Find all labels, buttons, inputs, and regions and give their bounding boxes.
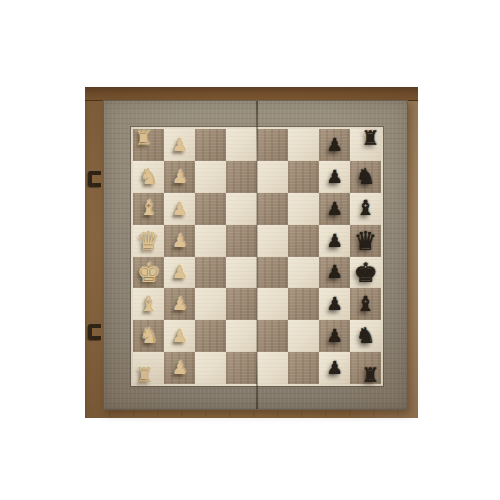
piece-white-knight[interactable]: ♞ [139, 325, 159, 347]
chess-board: ♜♟♟♜♞♟♟♞♝♟♟♝♛♟♟♛♚♟♟♚♝♟♟♝♞♟♟♞♜♟♟♜ [103, 100, 408, 410]
square-c5[interactable] [257, 193, 288, 225]
square-e1[interactable]: ♚ [133, 257, 164, 289]
square-h2[interactable]: ♟ [164, 352, 195, 384]
square-b8[interactable]: ♞ [350, 161, 381, 193]
piece-black-pawn[interactable]: ♟ [326, 136, 342, 154]
square-a4[interactable] [226, 129, 257, 161]
square-e7[interactable]: ♟ [319, 257, 350, 289]
square-f4[interactable] [226, 288, 257, 320]
square-b4[interactable] [226, 161, 257, 193]
square-h7[interactable]: ♟ [319, 352, 350, 384]
piece-white-pawn[interactable]: ♟ [171, 200, 187, 218]
square-d7[interactable]: ♟ [319, 225, 350, 257]
piece-black-knight[interactable]: ♞ [356, 325, 376, 347]
square-c8[interactable]: ♝ [350, 193, 381, 225]
square-d4[interactable] [226, 225, 257, 257]
piece-black-knight[interactable]: ♞ [356, 166, 376, 188]
page: ♜♟♟♜♞♟♟♞♝♟♟♝♛♟♟♛♚♟♟♚♝♟♟♝♞♟♟♞♜♟♟♜ [0, 0, 500, 500]
square-b1[interactable]: ♞ [133, 161, 164, 193]
piece-white-pawn[interactable]: ♟ [171, 168, 187, 186]
square-c6[interactable] [288, 193, 319, 225]
square-d8[interactable]: ♛ [350, 225, 381, 257]
square-h8[interactable]: ♜ [350, 352, 381, 384]
square-e5[interactable] [257, 257, 288, 289]
chessboard-photo: ♜♟♟♜♞♟♟♞♝♟♟♝♛♟♟♛♚♟♟♚♝♟♟♝♞♟♟♞♜♟♟♜ [85, 87, 418, 418]
square-e8[interactable]: ♚ [350, 257, 381, 289]
square-e4[interactable] [226, 257, 257, 289]
square-d5[interactable] [257, 225, 288, 257]
piece-black-bishop[interactable]: ♝ [356, 294, 375, 315]
square-e3[interactable] [195, 257, 226, 289]
piece-white-pawn[interactable]: ♟ [171, 327, 187, 345]
piece-black-queen[interactable]: ♛ [354, 228, 377, 254]
piece-black-rook[interactable]: ♜ [362, 365, 380, 385]
square-g4[interactable] [226, 320, 257, 352]
square-g5[interactable] [257, 320, 288, 352]
piece-black-pawn[interactable]: ♟ [326, 359, 342, 377]
square-f8[interactable]: ♝ [350, 288, 381, 320]
square-d2[interactable]: ♟ [164, 225, 195, 257]
square-c1[interactable]: ♝ [133, 193, 164, 225]
square-f5[interactable] [257, 288, 288, 320]
piece-white-pawn[interactable]: ♟ [171, 359, 187, 377]
piece-black-king[interactable]: ♚ [353, 259, 377, 286]
square-a3[interactable] [195, 129, 226, 161]
piece-black-pawn[interactable]: ♟ [326, 327, 342, 345]
square-h5[interactable] [257, 352, 288, 384]
piece-white-rook[interactable]: ♜ [136, 365, 154, 385]
piece-white-queen[interactable]: ♛ [137, 228, 160, 254]
square-e6[interactable] [288, 257, 319, 289]
square-f2[interactable]: ♟ [164, 288, 195, 320]
square-e2[interactable]: ♟ [164, 257, 195, 289]
piece-black-pawn[interactable]: ♟ [326, 232, 342, 250]
piece-white-bishop[interactable]: ♝ [139, 294, 158, 315]
square-d1[interactable]: ♛ [133, 225, 164, 257]
square-c7[interactable]: ♟ [319, 193, 350, 225]
piece-black-pawn[interactable]: ♟ [326, 295, 342, 313]
square-c2[interactable]: ♟ [164, 193, 195, 225]
square-f6[interactable] [288, 288, 319, 320]
piece-white-pawn[interactable]: ♟ [171, 263, 187, 281]
clasp-upper-icon [88, 171, 101, 187]
piece-white-king[interactable]: ♚ [136, 259, 160, 286]
square-h1[interactable]: ♜ [133, 352, 164, 384]
piece-white-knight[interactable]: ♞ [139, 166, 159, 188]
square-a7[interactable]: ♟ [319, 129, 350, 161]
square-d3[interactable] [195, 225, 226, 257]
square-b3[interactable] [195, 161, 226, 193]
square-a8[interactable]: ♜ [350, 129, 381, 161]
square-g2[interactable]: ♟ [164, 320, 195, 352]
square-g8[interactable]: ♞ [350, 320, 381, 352]
square-g7[interactable]: ♟ [319, 320, 350, 352]
square-f7[interactable]: ♟ [319, 288, 350, 320]
piece-black-bishop[interactable]: ♝ [356, 198, 375, 219]
square-a1[interactable]: ♜ [133, 129, 164, 161]
square-c4[interactable] [226, 193, 257, 225]
piece-white-bishop[interactable]: ♝ [139, 198, 158, 219]
piece-white-pawn[interactable]: ♟ [171, 136, 187, 154]
square-d6[interactable] [288, 225, 319, 257]
piece-white-rook[interactable]: ♜ [135, 128, 153, 148]
fold-seam [256, 101, 258, 409]
square-g6[interactable] [288, 320, 319, 352]
square-c3[interactable] [195, 193, 226, 225]
table-edge-band [85, 87, 418, 101]
square-f3[interactable] [195, 288, 226, 320]
square-b2[interactable]: ♟ [164, 161, 195, 193]
square-f1[interactable]: ♝ [133, 288, 164, 320]
square-b6[interactable] [288, 161, 319, 193]
square-g1[interactable]: ♞ [133, 320, 164, 352]
square-a2[interactable]: ♟ [164, 129, 195, 161]
square-h6[interactable] [288, 352, 319, 384]
square-b7[interactable]: ♟ [319, 161, 350, 193]
square-b5[interactable] [257, 161, 288, 193]
piece-white-pawn[interactable]: ♟ [171, 232, 187, 250]
square-h3[interactable] [195, 352, 226, 384]
square-a6[interactable] [288, 129, 319, 161]
square-h4[interactable] [226, 352, 257, 384]
square-g3[interactable] [195, 320, 226, 352]
piece-black-pawn[interactable]: ♟ [326, 200, 342, 218]
piece-white-pawn[interactable]: ♟ [171, 295, 187, 313]
piece-black-pawn[interactable]: ♟ [326, 168, 342, 186]
piece-black-rook[interactable]: ♜ [362, 128, 380, 148]
square-a5[interactable] [257, 129, 288, 161]
piece-black-pawn[interactable]: ♟ [326, 263, 342, 281]
clasp-lower-icon [88, 324, 101, 340]
